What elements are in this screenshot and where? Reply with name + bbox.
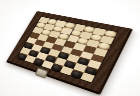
board-squares xyxy=(17,17,118,83)
product-photo xyxy=(0,0,140,96)
checkers-board xyxy=(6,11,133,95)
hinge xyxy=(84,5,98,17)
